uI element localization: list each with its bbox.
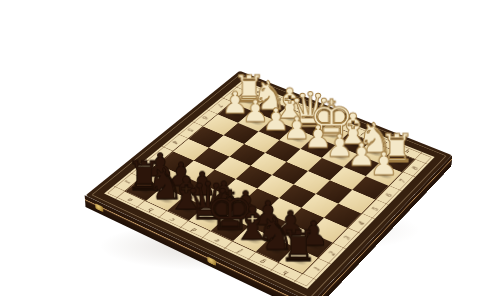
file-label-text: b	[146, 206, 155, 212]
brass-clasp	[95, 203, 103, 212]
photo-canvas: abcdefgh abcdefgh 87654321 87654321 ♜♞♝♛…	[0, 0, 480, 296]
rank-label-text: 7	[398, 179, 408, 184]
brass-clasp	[207, 256, 216, 266]
rank-label-text: 4	[356, 221, 366, 227]
file-label-text: c	[168, 216, 177, 222]
rank-label-text: 6	[384, 192, 394, 197]
rank-label-text: 4	[170, 140, 179, 145]
scene: abcdefgh abcdefgh 87654321 87654321 ♜♞♝♛…	[0, 0, 480, 296]
rank-label-text: 6	[200, 115, 209, 120]
file-label-text: f	[236, 248, 243, 254]
rank-label-text: 5	[186, 127, 195, 132]
file-label-text: a	[126, 197, 135, 203]
file-label-text: h	[282, 269, 291, 276]
coordinate-border: abcdefgh abcdefgh 87654321 87654321 ♜♞♝♛…	[104, 80, 435, 289]
rank-label-text: 1	[312, 266, 323, 272]
rank-label-text: 5	[370, 206, 380, 212]
square-d5[interactable]	[251, 153, 287, 175]
chess-board: abcdefgh abcdefgh 87654321 87654321 ♜♞♝♛…	[85, 71, 452, 296]
